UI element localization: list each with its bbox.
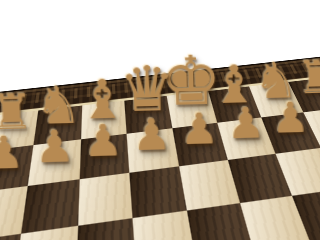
perspective-wrapper: ♜♞♝♛♚♝♞♜♟♟♟♟♟♟♟♟♟♟♟♟♟♟♟♟♜♞♝♛♚♝♞♜ 8765432… — [0, 0, 320, 240]
chess-board: ♜♞♝♛♚♝♞♜♟♟♟♟♟♟♟♟♟♟♟♟♟♟♟♟♜♞♝♛♚♝♞♜ 8765432… — [0, 54, 320, 240]
chess-set-photo: ♜♞♝♛♚♝♞♜♟♟♟♟♟♟♟♟♟♟♟♟♟♟♟♟♜♞♝♛♚♝♞♜ 8765432… — [0, 0, 320, 240]
square-b6 — [21, 179, 79, 234]
square-d6 — [130, 166, 187, 219]
square-c7 — [79, 134, 130, 179]
square-a5 — [0, 234, 21, 240]
square-c6 — [77, 172, 132, 226]
square-d7 — [127, 128, 179, 172]
